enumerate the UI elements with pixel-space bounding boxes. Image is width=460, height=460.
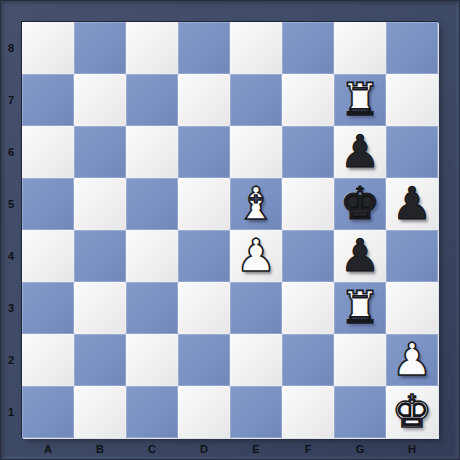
white-pawn-h2[interactable]: ♟ <box>386 334 438 386</box>
white-rook-g7[interactable]: ♜ <box>334 74 386 126</box>
square-c3[interactable] <box>126 282 178 334</box>
square-e7[interactable] <box>230 74 282 126</box>
square-f2[interactable] <box>282 334 334 386</box>
square-e4[interactable]: ♟ <box>230 230 282 282</box>
square-g1[interactable] <box>334 386 386 438</box>
file-label-h: H <box>386 438 438 460</box>
square-f3[interactable] <box>282 282 334 334</box>
file-label-e: E <box>230 438 282 460</box>
square-e3[interactable] <box>230 282 282 334</box>
square-a1[interactable] <box>22 386 74 438</box>
square-b2[interactable] <box>74 334 126 386</box>
file-label-a: A <box>22 438 74 460</box>
square-h3[interactable] <box>386 282 438 334</box>
square-e6[interactable] <box>230 126 282 178</box>
square-c8[interactable] <box>126 22 178 74</box>
rank-labels: 87654321 <box>0 22 22 438</box>
square-g5[interactable]: ♚ <box>334 178 386 230</box>
square-c1[interactable] <box>126 386 178 438</box>
square-e2[interactable] <box>230 334 282 386</box>
square-e1[interactable] <box>230 386 282 438</box>
square-g8[interactable] <box>334 22 386 74</box>
square-d3[interactable] <box>178 282 230 334</box>
file-label-d: D <box>178 438 230 460</box>
square-a3[interactable] <box>22 282 74 334</box>
square-b7[interactable] <box>74 74 126 126</box>
square-a2[interactable] <box>22 334 74 386</box>
square-h6[interactable] <box>386 126 438 178</box>
square-g7[interactable]: ♜ <box>334 74 386 126</box>
square-h2[interactable]: ♟ <box>386 334 438 386</box>
square-c5[interactable] <box>126 178 178 230</box>
square-a8[interactable] <box>22 22 74 74</box>
white-bishop-e5[interactable]: ♝ <box>230 178 282 230</box>
square-h8[interactable] <box>386 22 438 74</box>
square-c4[interactable] <box>126 230 178 282</box>
square-g2[interactable] <box>334 334 386 386</box>
square-g4[interactable]: ♟ <box>334 230 386 282</box>
white-rook-g3[interactable]: ♜ <box>334 282 386 334</box>
square-c7[interactable] <box>126 74 178 126</box>
square-a6[interactable] <box>22 126 74 178</box>
square-b3[interactable] <box>74 282 126 334</box>
white-pawn-e4[interactable]: ♟ <box>230 230 282 282</box>
file-label-f: F <box>282 438 334 460</box>
square-d2[interactable] <box>178 334 230 386</box>
square-b1[interactable] <box>74 386 126 438</box>
white-king-h1[interactable]: ♚ <box>386 386 438 438</box>
square-b5[interactable] <box>74 178 126 230</box>
square-f4[interactable] <box>282 230 334 282</box>
rank-label-6: 6 <box>0 126 22 178</box>
square-f5[interactable] <box>282 178 334 230</box>
chessboard-frame: 87654321 ♜♟♝♚♟♟♟♜♟♚ ABCDEFGH <box>0 0 460 460</box>
square-a5[interactable] <box>22 178 74 230</box>
square-f6[interactable] <box>282 126 334 178</box>
square-f7[interactable] <box>282 74 334 126</box>
square-g6[interactable]: ♟ <box>334 126 386 178</box>
rank-label-5: 5 <box>0 178 22 230</box>
chessboard: ♜♟♝♚♟♟♟♜♟♚ <box>22 22 438 438</box>
black-pawn-h5[interactable]: ♟ <box>386 178 438 230</box>
file-label-g: G <box>334 438 386 460</box>
square-h1[interactable]: ♚ <box>386 386 438 438</box>
square-f8[interactable] <box>282 22 334 74</box>
rank-label-7: 7 <box>0 74 22 126</box>
square-d8[interactable] <box>178 22 230 74</box>
square-a4[interactable] <box>22 230 74 282</box>
square-d4[interactable] <box>178 230 230 282</box>
black-pawn-g4[interactable]: ♟ <box>334 230 386 282</box>
square-d5[interactable] <box>178 178 230 230</box>
square-a7[interactable] <box>22 74 74 126</box>
file-label-c: C <box>126 438 178 460</box>
square-h5[interactable]: ♟ <box>386 178 438 230</box>
square-d7[interactable] <box>178 74 230 126</box>
file-labels: ABCDEFGH <box>22 438 438 460</box>
square-c2[interactable] <box>126 334 178 386</box>
square-b6[interactable] <box>74 126 126 178</box>
square-e5[interactable]: ♝ <box>230 178 282 230</box>
rank-label-4: 4 <box>0 230 22 282</box>
square-d6[interactable] <box>178 126 230 178</box>
square-b4[interactable] <box>74 230 126 282</box>
rank-label-1: 1 <box>0 386 22 438</box>
file-label-b: B <box>74 438 126 460</box>
square-h7[interactable] <box>386 74 438 126</box>
square-h4[interactable] <box>386 230 438 282</box>
rank-label-3: 3 <box>0 282 22 334</box>
square-d1[interactable] <box>178 386 230 438</box>
square-c6[interactable] <box>126 126 178 178</box>
rank-label-2: 2 <box>0 334 22 386</box>
square-g3[interactable]: ♜ <box>334 282 386 334</box>
square-b8[interactable] <box>74 22 126 74</box>
black-pawn-g6[interactable]: ♟ <box>334 126 386 178</box>
square-e8[interactable] <box>230 22 282 74</box>
black-king-g5[interactable]: ♚ <box>334 178 386 230</box>
rank-label-8: 8 <box>0 22 22 74</box>
square-f1[interactable] <box>282 386 334 438</box>
